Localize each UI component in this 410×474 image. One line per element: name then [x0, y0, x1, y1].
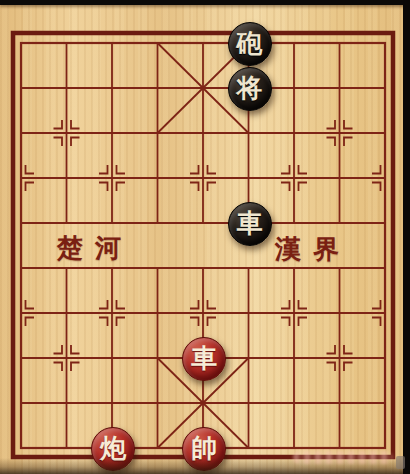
piece-red-chariot[interactable]: 車 — [182, 337, 226, 381]
river-label-left: 楚河 — [57, 231, 133, 266]
piece-black-cannon[interactable]: 砲 — [228, 22, 272, 66]
piece-red-cannon[interactable]: 炮 — [91, 427, 135, 471]
piece-red-general[interactable]: 帥 — [182, 427, 226, 471]
letterbox-top — [0, 0, 410, 5]
river-label-right: 漢界 — [275, 232, 351, 267]
xiangqi-screen: 楚河 漢界 砲将車車炮帥 — [0, 0, 410, 474]
piece-black-chariot[interactable]: 車 — [228, 202, 272, 246]
piece-black-general[interactable]: 将 — [228, 67, 272, 111]
letterbox-right — [403, 0, 410, 474]
